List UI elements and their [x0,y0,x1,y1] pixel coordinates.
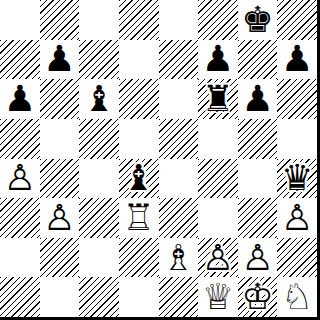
square-d1[interactable] [119,277,159,317]
square-c7[interactable] [79,40,119,80]
piece-black-pawn: ♟ [281,41,313,77]
piece-white-pawn: ♙ [202,240,234,276]
square-b1[interactable] [40,277,80,317]
square-c2[interactable] [79,238,119,278]
square-a5[interactable] [0,119,40,159]
square-f8[interactable] [198,0,238,40]
square-e4[interactable] [159,159,199,199]
piece-white-bishop: ♗ [162,240,194,276]
square-h7[interactable]: ♟ [277,40,317,80]
piece-white-queen: ♕ [202,279,234,315]
square-h1[interactable]: ♘ [277,277,317,317]
square-b2[interactable] [40,238,80,278]
piece-black-king: ♚ [241,2,273,38]
piece-black-pawn: ♟ [4,81,36,117]
square-h6[interactable] [277,79,317,119]
piece-black-pawn: ♟ [202,41,234,77]
square-d5[interactable] [119,119,159,159]
square-g6[interactable]: ♟ [238,79,278,119]
piece-black-bishop: ♝ [83,81,115,117]
piece-black-pawn: ♟ [241,81,273,117]
square-b8[interactable] [40,0,80,40]
square-c3[interactable] [79,198,119,238]
square-e8[interactable] [159,0,199,40]
square-f7[interactable]: ♟ [198,40,238,80]
square-d3[interactable]: ♖ [119,198,159,238]
square-d4[interactable]: ♝ [119,159,159,199]
piece-white-rook: ♖ [123,200,155,236]
square-c1[interactable] [79,277,119,317]
square-d7[interactable] [119,40,159,80]
square-h4[interactable]: ♛ [277,159,317,199]
square-h5[interactable] [277,119,317,159]
piece-white-pawn: ♙ [281,200,313,236]
piece-black-queen: ♛ [281,160,313,196]
piece-black-rook: ♜ [202,81,234,117]
square-a3[interactable] [0,198,40,238]
piece-white-king: ♔ [241,279,273,315]
square-e3[interactable] [159,198,199,238]
square-g1[interactable]: ♔ [238,277,278,317]
square-g3[interactable] [238,198,278,238]
square-f6[interactable]: ♜ [198,79,238,119]
square-e5[interactable] [159,119,199,159]
square-c4[interactable] [79,159,119,199]
square-f5[interactable] [198,119,238,159]
piece-black-pawn: ♟ [43,41,75,77]
square-e6[interactable] [159,79,199,119]
square-g5[interactable] [238,119,278,159]
piece-black-bishop: ♝ [123,160,155,196]
piece-white-pawn: ♙ [43,200,75,236]
square-a8[interactable] [0,0,40,40]
square-g2[interactable]: ♙ [238,238,278,278]
square-c6[interactable]: ♝ [79,79,119,119]
square-a2[interactable] [0,238,40,278]
square-f2[interactable]: ♙ [198,238,238,278]
square-h3[interactable]: ♙ [277,198,317,238]
square-d2[interactable] [119,238,159,278]
square-h8[interactable] [277,0,317,40]
square-a1[interactable] [0,277,40,317]
square-e2[interactable]: ♗ [159,238,199,278]
square-b6[interactable] [40,79,80,119]
square-a6[interactable]: ♟ [0,79,40,119]
square-a7[interactable] [0,40,40,80]
square-a4[interactable]: ♙ [0,159,40,199]
piece-white-pawn: ♙ [241,240,273,276]
square-d6[interactable] [119,79,159,119]
piece-white-knight: ♘ [281,279,313,315]
square-f4[interactable] [198,159,238,199]
square-g7[interactable] [238,40,278,80]
square-c5[interactable] [79,119,119,159]
square-f3[interactable] [198,198,238,238]
chess-board: ♚♟♟♟♟♝♜♟♙♝♛♙♖♙♗♙♙♕♔♘ [0,0,320,320]
square-e7[interactable] [159,40,199,80]
piece-white-pawn: ♙ [4,160,36,196]
square-c8[interactable] [79,0,119,40]
square-b5[interactable] [40,119,80,159]
square-h2[interactable] [277,238,317,278]
square-e1[interactable] [159,277,199,317]
square-b3[interactable]: ♙ [40,198,80,238]
square-g8[interactable]: ♚ [238,0,278,40]
square-b7[interactable]: ♟ [40,40,80,80]
square-b4[interactable] [40,159,80,199]
square-g4[interactable] [238,159,278,199]
square-f1[interactable]: ♕ [198,277,238,317]
square-d8[interactable] [119,0,159,40]
